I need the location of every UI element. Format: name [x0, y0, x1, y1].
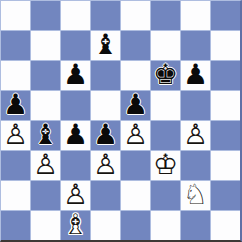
black-pawn-glyph: ♟ — [1, 91, 30, 119]
square-b5[interactable] — [31, 91, 60, 120]
black-pawn[interactable]: ♟ — [91, 121, 120, 150]
square-f1[interactable] — [151, 211, 180, 240]
square-b2[interactable] — [31, 181, 60, 210]
square-h6[interactable] — [211, 61, 240, 90]
square-d2[interactable] — [91, 181, 120, 210]
white-pawn[interactable]: ♟♙ — [61, 181, 90, 210]
square-e1[interactable] — [121, 211, 150, 240]
white-bishop-outline: ♗ — [61, 211, 90, 239]
square-b6[interactable] — [31, 61, 60, 90]
black-bishop-glyph: ♝ — [31, 121, 60, 149]
square-c8[interactable] — [61, 1, 90, 30]
square-d8[interactable] — [91, 1, 120, 30]
square-c3[interactable] — [61, 151, 90, 180]
black-pawn-glyph: ♟ — [91, 121, 120, 149]
white-pawn[interactable]: ♟♙ — [1, 121, 30, 150]
square-e7[interactable] — [121, 31, 150, 60]
square-d5[interactable] — [91, 91, 120, 120]
square-a7[interactable] — [1, 31, 30, 60]
square-d1[interactable] — [91, 211, 120, 240]
black-pawn[interactable]: ♟ — [61, 121, 90, 150]
white-pawn[interactable]: ♟♙ — [181, 121, 210, 150]
square-h5[interactable] — [211, 91, 240, 120]
square-b8[interactable] — [31, 1, 60, 30]
white-pawn[interactable]: ♟♙ — [31, 151, 60, 180]
square-e5[interactable]: ♟ — [121, 91, 150, 120]
white-king-outline: ♔ — [151, 151, 180, 179]
square-h7[interactable] — [211, 31, 240, 60]
black-pawn[interactable]: ♟ — [121, 91, 150, 120]
white-pawn-outline: ♙ — [61, 181, 90, 209]
square-c4[interactable]: ♟ — [61, 121, 90, 150]
square-a6[interactable] — [1, 61, 30, 90]
white-pawn[interactable]: ♟♙ — [91, 151, 120, 180]
square-g3[interactable] — [181, 151, 210, 180]
white-pawn[interactable]: ♟♙ — [121, 121, 150, 150]
square-b3[interactable]: ♟♙ — [31, 151, 60, 180]
square-b4[interactable]: ♝ — [31, 121, 60, 150]
white-bishop[interactable]: ♝♗ — [61, 211, 90, 240]
black-pawn[interactable]: ♟ — [61, 61, 90, 90]
black-pawn-glyph: ♟ — [121, 91, 150, 119]
square-b7[interactable] — [31, 31, 60, 60]
square-h2[interactable] — [211, 181, 240, 210]
chess-board: ♝♟♚♟♟♟♟♙♝♟♟♟♙♟♙♟♙♟♙♚♔♟♙♞♘♝♗ — [1, 1, 240, 240]
black-pawn-glyph: ♟ — [61, 121, 90, 149]
square-g2[interactable]: ♞♘ — [181, 181, 210, 210]
square-e4[interactable]: ♟♙ — [121, 121, 150, 150]
white-pawn-outline: ♙ — [1, 121, 30, 149]
white-knight-outline: ♘ — [181, 181, 210, 209]
square-g8[interactable] — [181, 1, 210, 30]
black-bishop[interactable]: ♝ — [31, 121, 60, 150]
square-f5[interactable] — [151, 91, 180, 120]
square-g4[interactable]: ♟♙ — [181, 121, 210, 150]
square-a3[interactable] — [1, 151, 30, 180]
black-bishop-glyph: ♝ — [91, 31, 120, 59]
square-h4[interactable] — [211, 121, 240, 150]
square-c2[interactable]: ♟♙ — [61, 181, 90, 210]
square-e2[interactable] — [121, 181, 150, 210]
square-a2[interactable] — [1, 181, 30, 210]
square-d6[interactable] — [91, 61, 120, 90]
white-knight[interactable]: ♞♘ — [181, 181, 210, 210]
black-pawn[interactable]: ♟ — [1, 91, 30, 120]
square-c7[interactable] — [61, 31, 90, 60]
chess-board-frame: ♝♟♚♟♟♟♟♙♝♟♟♟♙♟♙♟♙♟♙♚♔♟♙♞♘♝♗ — [0, 0, 242, 242]
square-f3[interactable]: ♚♔ — [151, 151, 180, 180]
square-f2[interactable] — [151, 181, 180, 210]
white-pawn-outline: ♙ — [181, 121, 210, 149]
square-d4[interactable]: ♟ — [91, 121, 120, 150]
square-g7[interactable] — [181, 31, 210, 60]
black-bishop[interactable]: ♝ — [91, 31, 120, 60]
black-pawn-glyph: ♟ — [181, 61, 210, 89]
square-h8[interactable] — [211, 1, 240, 30]
white-king[interactable]: ♚♔ — [151, 151, 180, 180]
square-c6[interactable]: ♟ — [61, 61, 90, 90]
square-f7[interactable] — [151, 31, 180, 60]
black-king-glyph: ♚ — [151, 61, 180, 89]
square-e3[interactable] — [121, 151, 150, 180]
square-f8[interactable] — [151, 1, 180, 30]
white-pawn-outline: ♙ — [121, 121, 150, 149]
square-h3[interactable] — [211, 151, 240, 180]
square-g5[interactable] — [181, 91, 210, 120]
black-pawn-glyph: ♟ — [61, 61, 90, 89]
square-a5[interactable]: ♟ — [1, 91, 30, 120]
square-d3[interactable]: ♟♙ — [91, 151, 120, 180]
square-d7[interactable]: ♝ — [91, 31, 120, 60]
square-f6[interactable]: ♚ — [151, 61, 180, 90]
square-e6[interactable] — [121, 61, 150, 90]
white-pawn-outline: ♙ — [91, 151, 120, 179]
square-h1[interactable] — [211, 211, 240, 240]
square-e8[interactable] — [121, 1, 150, 30]
black-pawn[interactable]: ♟ — [181, 61, 210, 90]
square-a8[interactable] — [1, 1, 30, 30]
square-a4[interactable]: ♟♙ — [1, 121, 30, 150]
square-g1[interactable] — [181, 211, 210, 240]
white-pawn-outline: ♙ — [31, 151, 60, 179]
black-king[interactable]: ♚ — [151, 61, 180, 90]
square-b1[interactable] — [31, 211, 60, 240]
square-f4[interactable] — [151, 121, 180, 150]
square-c1[interactable]: ♝♗ — [61, 211, 90, 240]
square-c5[interactable] — [61, 91, 90, 120]
square-g6[interactable]: ♟ — [181, 61, 210, 90]
square-a1[interactable] — [1, 211, 30, 240]
